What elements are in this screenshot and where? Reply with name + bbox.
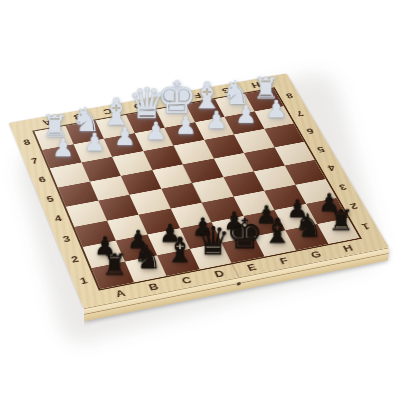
chess-set-photo: ABCDEFGH ABCDEFGH 87654321 87654321 ♜♞♝♛…: [0, 0, 400, 400]
box-clasp-icon: [237, 282, 241, 286]
black-rook-a1[interactable]: ♜: [91, 220, 137, 279]
